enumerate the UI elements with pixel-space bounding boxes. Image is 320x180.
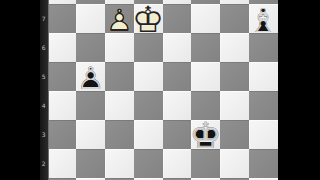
square-b3[interactable] (76, 120, 105, 149)
square-f4[interactable] (191, 91, 220, 120)
square-g6[interactable] (220, 33, 249, 62)
square-f6[interactable] (191, 33, 220, 62)
piece-black-king: ♚♔ (191, 120, 220, 149)
square-c3[interactable] (105, 120, 134, 149)
square-c2[interactable] (105, 149, 134, 178)
square-b7[interactable] (76, 4, 105, 33)
square-a2[interactable] (48, 149, 77, 178)
square-e7[interactable] (163, 4, 192, 33)
square-h2[interactable] (249, 149, 278, 178)
square-e4[interactable] (163, 91, 192, 120)
square-g7[interactable] (220, 4, 249, 33)
square-g5[interactable] (220, 62, 249, 91)
bishop-glyph-outline: ♗ (248, 4, 278, 37)
square-a6[interactable] (48, 33, 77, 62)
square-b5[interactable]: ♟♙ (76, 62, 105, 91)
pawn-glyph-outline: ♙ (77, 63, 105, 94)
square-b4[interactable] (76, 91, 105, 120)
square-b2[interactable] (76, 149, 105, 178)
square-f1[interactable] (191, 178, 220, 180)
rank-label-6: 6 (40, 44, 48, 52)
square-g1[interactable] (220, 178, 249, 180)
square-e2[interactable] (163, 149, 192, 178)
square-h3[interactable] (249, 120, 278, 149)
chess-board: ♟♙♚♔♝♗♟♙♚♔ (48, 0, 278, 180)
pawn-glyph-outline: ♙ (105, 5, 133, 36)
square-e3[interactable] (163, 120, 192, 149)
square-e1[interactable] (163, 178, 192, 180)
square-f2[interactable] (191, 149, 220, 178)
square-e5[interactable] (163, 62, 192, 91)
bishop-glyph-fill: ♝ (248, 4, 278, 37)
square-f7[interactable] (191, 4, 220, 33)
square-e6[interactable] (163, 33, 192, 62)
square-d5[interactable] (134, 62, 163, 91)
square-c5[interactable] (105, 62, 134, 91)
rank-label-2: 2 (40, 160, 48, 168)
rank-label-3: 3 (40, 131, 48, 139)
square-b1[interactable] (76, 178, 105, 180)
square-g3[interactable] (220, 120, 249, 149)
square-h1[interactable] (249, 178, 278, 180)
square-a1[interactable] (48, 178, 77, 180)
rank-label-7: 7 (40, 15, 48, 23)
pawn-glyph-fill: ♟ (105, 5, 133, 36)
rank-strip: 765432 (40, 0, 49, 180)
square-b6[interactable] (76, 33, 105, 62)
square-f3[interactable]: ♚♔ (191, 120, 220, 149)
square-a4[interactable] (48, 91, 77, 120)
square-h6[interactable] (249, 33, 278, 62)
square-f5[interactable] (191, 62, 220, 91)
piece-white-pawn: ♟♙ (105, 4, 134, 33)
rank-label-5: 5 (40, 73, 48, 81)
square-h4[interactable] (249, 91, 278, 120)
piece-black-bishop: ♝♗ (249, 4, 278, 33)
rank-label-4: 4 (40, 102, 48, 110)
square-d4[interactable] (134, 91, 163, 120)
piece-white-king: ♚♔ (134, 4, 163, 33)
square-d7[interactable]: ♚♔ (134, 4, 163, 33)
piece-black-pawn: ♟♙ (76, 62, 105, 91)
square-h5[interactable] (249, 62, 278, 91)
square-a3[interactable] (48, 120, 77, 149)
square-g4[interactable] (220, 91, 249, 120)
video-frame: 765432 ♟♙♚♔♝♗♟♙♚♔ (0, 0, 320, 180)
square-d6[interactable] (134, 33, 163, 62)
square-d3[interactable] (134, 120, 163, 149)
square-d2[interactable] (134, 149, 163, 178)
square-c4[interactable] (105, 91, 134, 120)
square-c1[interactable] (105, 178, 134, 180)
square-h7[interactable]: ♝♗ (249, 4, 278, 33)
square-g2[interactable] (220, 149, 249, 178)
square-c6[interactable] (105, 33, 134, 62)
square-a7[interactable] (48, 4, 77, 33)
square-c7[interactable]: ♟♙ (105, 4, 134, 33)
square-d1[interactable] (134, 178, 163, 180)
square-a5[interactable] (48, 62, 77, 91)
pawn-glyph-fill: ♟ (77, 63, 105, 94)
